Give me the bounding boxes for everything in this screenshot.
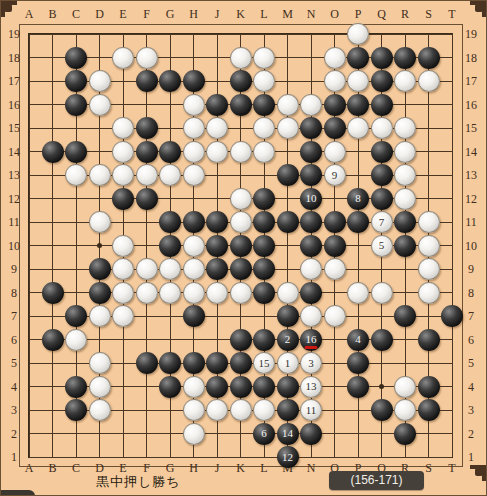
stone-S8[interactable] <box>418 282 440 304</box>
row-label-right: 10 <box>463 239 479 253</box>
row-label-right: 11 <box>463 215 479 229</box>
stone-L2[interactable]: 6 <box>253 423 275 445</box>
stone-O16[interactable] <box>324 94 346 116</box>
stone-R14[interactable] <box>394 141 416 163</box>
stone-S17[interactable] <box>418 70 440 92</box>
row-label-left: 9 <box>6 262 22 276</box>
move-number: 14 <box>282 428 293 439</box>
go-board-app: AA1919BB1818CC1717DD1616EE1515FF1414GG13… <box>0 0 487 496</box>
stone-H14[interactable] <box>183 141 205 163</box>
row-label-left: 10 <box>6 239 22 253</box>
stone-L14[interactable] <box>253 141 275 163</box>
stone-G5[interactable] <box>159 352 181 374</box>
stone-R15[interactable] <box>394 117 416 139</box>
column-label-top: S <box>421 7 437 21</box>
stone-M6[interactable]: 2 <box>277 329 299 351</box>
stone-F5[interactable] <box>136 352 158 374</box>
row-label-left: 8 <box>6 286 22 300</box>
stone-G17[interactable] <box>159 70 181 92</box>
stone-D9[interactable] <box>89 258 111 280</box>
stone-L11[interactable] <box>253 211 275 233</box>
stone-L16[interactable] <box>253 94 275 116</box>
stone-M3[interactable] <box>277 399 299 421</box>
stone-F8[interactable] <box>136 282 158 304</box>
row-label-right: 15 <box>463 121 479 135</box>
stone-N5[interactable]: 3 <box>300 352 322 374</box>
caption-bar: 黒中押し勝ち (156-171) <box>1 469 487 495</box>
stone-H8[interactable] <box>183 282 205 304</box>
stone-S4[interactable] <box>418 376 440 398</box>
column-label-top: Q <box>374 7 390 21</box>
stone-Q11[interactable]: 7 <box>371 211 393 233</box>
stone-C4[interactable] <box>65 376 87 398</box>
stone-R3[interactable] <box>394 399 416 421</box>
stone-C17[interactable] <box>65 70 87 92</box>
stone-D16[interactable] <box>89 94 111 116</box>
stone-H15[interactable] <box>183 117 205 139</box>
stone-O13[interactable]: 9 <box>324 164 346 186</box>
stone-G13[interactable] <box>159 164 181 186</box>
grid-line-horizontal <box>29 457 452 458</box>
stone-F15[interactable] <box>136 117 158 139</box>
column-label-top: F <box>139 7 155 21</box>
move-number: 5 <box>379 240 385 251</box>
stone-C3[interactable] <box>65 399 87 421</box>
stone-R13[interactable] <box>394 164 416 186</box>
stone-E13[interactable] <box>112 164 134 186</box>
stone-R17[interactable] <box>394 70 416 92</box>
stone-Q12[interactable] <box>371 188 393 210</box>
move-number: 16 <box>306 334 317 345</box>
stone-J14[interactable] <box>206 141 228 163</box>
row-label-right: 13 <box>463 168 479 182</box>
stone-N14[interactable] <box>300 141 322 163</box>
stone-L9[interactable] <box>253 258 275 280</box>
column-label-top: J <box>209 7 225 21</box>
stone-P4[interactable] <box>347 376 369 398</box>
stone-R18[interactable] <box>394 47 416 69</box>
stone-H13[interactable] <box>183 164 205 186</box>
stone-Q3[interactable] <box>371 399 393 421</box>
stone-S6[interactable] <box>418 329 440 351</box>
stone-H17[interactable] <box>183 70 205 92</box>
move-number: 2 <box>285 334 291 345</box>
stone-G4[interactable] <box>159 376 181 398</box>
stone-R12[interactable] <box>394 188 416 210</box>
row-label-right: 2 <box>463 427 479 441</box>
row-label-right: 12 <box>463 192 479 206</box>
stone-J16[interactable] <box>206 94 228 116</box>
stone-K5[interactable] <box>230 352 252 374</box>
stone-K8[interactable] <box>230 282 252 304</box>
stone-M8[interactable] <box>277 282 299 304</box>
stone-L17[interactable] <box>253 70 275 92</box>
column-label-top: T <box>444 7 460 21</box>
move-number: 12 <box>282 452 293 463</box>
stone-F9[interactable] <box>136 258 158 280</box>
stone-H9[interactable] <box>183 258 205 280</box>
stone-N10[interactable] <box>300 235 322 257</box>
stone-B6[interactable] <box>42 329 64 351</box>
row-label-right: 9 <box>463 262 479 276</box>
stone-P8[interactable] <box>347 282 369 304</box>
move-number: 3 <box>308 358 314 369</box>
frame-corner-ornament-top-right <box>470 1 486 17</box>
stone-G11[interactable] <box>159 211 181 233</box>
stone-N6[interactable]: 16 <box>300 329 322 351</box>
stone-C13[interactable] <box>65 164 87 186</box>
row-label-left: 5 <box>6 356 22 370</box>
stone-E7[interactable] <box>112 305 134 327</box>
stone-L8[interactable] <box>253 282 275 304</box>
row-label-right: 3 <box>463 403 479 417</box>
stone-K11[interactable] <box>230 211 252 233</box>
stone-E15[interactable] <box>112 117 134 139</box>
stone-L18[interactable] <box>253 47 275 69</box>
stone-E18[interactable] <box>112 47 134 69</box>
game-result-caption: 黒中押し勝ち <box>96 473 181 491</box>
row-label-right: 18 <box>463 51 479 65</box>
column-label-top: E <box>115 7 131 21</box>
stone-N13[interactable] <box>300 164 322 186</box>
stone-M4[interactable] <box>277 376 299 398</box>
row-label-left: 7 <box>6 309 22 323</box>
stone-O17[interactable] <box>324 70 346 92</box>
stone-O7[interactable] <box>324 305 346 327</box>
stone-H2[interactable] <box>183 423 205 445</box>
stone-R7[interactable] <box>394 305 416 327</box>
star-point <box>97 243 102 248</box>
stone-P6[interactable]: 4 <box>347 329 369 351</box>
stone-E12[interactable] <box>112 188 134 210</box>
stone-K9[interactable] <box>230 258 252 280</box>
row-label-left: 3 <box>6 403 22 417</box>
column-label-top: C <box>68 7 84 21</box>
move-number: 6 <box>261 428 267 439</box>
stone-S10[interactable] <box>418 235 440 257</box>
column-label-top: B <box>45 7 61 21</box>
stone-C16[interactable] <box>65 94 87 116</box>
stone-D4[interactable] <box>89 376 111 398</box>
move-number: 1 <box>285 358 291 369</box>
stone-H10[interactable] <box>183 235 205 257</box>
stone-F18[interactable] <box>136 47 158 69</box>
column-label-top: P <box>350 7 366 21</box>
grid-line-horizontal <box>29 433 452 434</box>
stone-O14[interactable] <box>324 141 346 163</box>
row-label-right: 7 <box>463 309 479 323</box>
stone-J15[interactable] <box>206 117 228 139</box>
stone-R10[interactable] <box>394 235 416 257</box>
stone-N15[interactable] <box>300 117 322 139</box>
row-label-right: 6 <box>463 333 479 347</box>
stone-N12[interactable]: 10 <box>300 188 322 210</box>
stone-G9[interactable] <box>159 258 181 280</box>
stone-L5[interactable]: 15 <box>253 352 275 374</box>
stone-D13[interactable] <box>89 164 111 186</box>
star-point <box>379 384 384 389</box>
column-label-top: H <box>186 7 202 21</box>
stone-S18[interactable] <box>418 47 440 69</box>
stone-M1[interactable]: 12 <box>277 446 299 468</box>
row-label-left: 15 <box>6 121 22 135</box>
stone-H4[interactable] <box>183 376 205 398</box>
stone-T7[interactable] <box>441 305 463 327</box>
stone-O11[interactable] <box>324 211 346 233</box>
move-number: 10 <box>306 193 317 204</box>
column-label-top: K <box>233 7 249 21</box>
column-label-top: D <box>92 7 108 21</box>
stone-J8[interactable] <box>206 282 228 304</box>
stone-Q8[interactable] <box>371 282 393 304</box>
stone-G10[interactable] <box>159 235 181 257</box>
stone-K18[interactable] <box>230 47 252 69</box>
stone-D17[interactable] <box>89 70 111 92</box>
stone-K10[interactable] <box>230 235 252 257</box>
move-range-badge[interactable]: (156-171) <box>329 471 424 490</box>
row-label-left: 17 <box>6 74 22 88</box>
stone-P16[interactable] <box>347 94 369 116</box>
column-label-top: O <box>327 7 343 21</box>
stone-L6[interactable] <box>253 329 275 351</box>
stone-B14[interactable] <box>42 141 64 163</box>
stone-N4[interactable]: 13 <box>300 376 322 398</box>
stone-H11[interactable] <box>183 211 205 233</box>
stone-F14[interactable] <box>136 141 158 163</box>
stone-N3[interactable]: 11 <box>300 399 322 421</box>
row-label-left: 18 <box>6 51 22 65</box>
stone-J10[interactable] <box>206 235 228 257</box>
column-label-top: A <box>21 7 37 21</box>
stone-M16[interactable] <box>277 94 299 116</box>
stone-J3[interactable] <box>206 399 228 421</box>
last-move-marker <box>305 346 318 349</box>
column-label-top: N <box>303 7 319 21</box>
stone-N9[interactable] <box>300 258 322 280</box>
row-label-right: 1 <box>463 450 479 464</box>
row-label-right: 5 <box>463 356 479 370</box>
column-label-top: G <box>162 7 178 21</box>
stone-F12[interactable] <box>136 188 158 210</box>
row-label-right: 14 <box>463 145 479 159</box>
row-label-left: 4 <box>6 380 22 394</box>
row-label-right: 8 <box>463 286 479 300</box>
stone-O10[interactable] <box>324 235 346 257</box>
row-label-left: 2 <box>6 427 22 441</box>
row-label-left: 13 <box>6 168 22 182</box>
row-label-left: 11 <box>6 215 22 229</box>
stone-E9[interactable] <box>112 258 134 280</box>
stone-D3[interactable] <box>89 399 111 421</box>
row-label-right: 17 <box>463 74 479 88</box>
row-label-left: 16 <box>6 98 22 112</box>
stone-D8[interactable] <box>89 282 111 304</box>
stone-C7[interactable] <box>65 305 87 327</box>
row-label-left: 19 <box>6 27 22 41</box>
stone-D7[interactable] <box>89 305 111 327</box>
stone-S11[interactable] <box>418 211 440 233</box>
stone-L3[interactable] <box>253 399 275 421</box>
row-label-right: 19 <box>463 27 479 41</box>
row-label-left: 14 <box>6 145 22 159</box>
stone-J11[interactable] <box>206 211 228 233</box>
stone-E8[interactable] <box>112 282 134 304</box>
stone-G8[interactable] <box>159 282 181 304</box>
stone-K14[interactable] <box>230 141 252 163</box>
column-label-top: M <box>280 7 296 21</box>
stone-L4[interactable] <box>253 376 275 398</box>
stone-J4[interactable] <box>206 376 228 398</box>
move-number: 8 <box>355 193 361 204</box>
row-label-right: 4 <box>463 380 479 394</box>
stone-M15[interactable] <box>277 117 299 139</box>
stone-M11[interactable] <box>277 211 299 233</box>
stone-F13[interactable] <box>136 164 158 186</box>
stone-E14[interactable] <box>112 141 134 163</box>
stone-K6[interactable] <box>230 329 252 351</box>
stone-C18[interactable] <box>65 47 87 69</box>
stone-N11[interactable] <box>300 211 322 233</box>
stone-P19[interactable] <box>347 23 369 45</box>
stone-N8[interactable] <box>300 282 322 304</box>
stone-H3[interactable] <box>183 399 205 421</box>
column-label-top: R <box>397 7 413 21</box>
stone-L10[interactable] <box>253 235 275 257</box>
stone-F17[interactable] <box>136 70 158 92</box>
stone-K4[interactable] <box>230 376 252 398</box>
stone-S3[interactable] <box>418 399 440 421</box>
stone-Q14[interactable] <box>371 141 393 163</box>
stone-M7[interactable] <box>277 305 299 327</box>
move-number: 13 <box>306 381 317 392</box>
stone-H16[interactable] <box>183 94 205 116</box>
stone-J5[interactable] <box>206 352 228 374</box>
stone-P17[interactable] <box>347 70 369 92</box>
bottom-edge-chip <box>0 490 35 496</box>
column-label-top: L <box>256 7 272 21</box>
stone-O18[interactable] <box>324 47 346 69</box>
stone-M2[interactable]: 14 <box>277 423 299 445</box>
stone-M5[interactable]: 1 <box>277 352 299 374</box>
move-number: 15 <box>259 358 270 369</box>
row-label-left: 12 <box>6 192 22 206</box>
stone-G14[interactable] <box>159 141 181 163</box>
stone-M13[interactable] <box>277 164 299 186</box>
stone-D11[interactable] <box>89 211 111 233</box>
stone-K12[interactable] <box>230 188 252 210</box>
frame-corner-ornament-top-left <box>1 1 17 17</box>
row-label-left: 1 <box>6 450 22 464</box>
stone-P18[interactable] <box>347 47 369 69</box>
stone-H7[interactable] <box>183 305 205 327</box>
move-number: 4 <box>355 334 361 345</box>
move-number: 7 <box>379 217 385 228</box>
stone-P12[interactable]: 8 <box>347 188 369 210</box>
stone-C14[interactable] <box>65 141 87 163</box>
stone-K16[interactable] <box>230 94 252 116</box>
stone-H5[interactable] <box>183 352 205 374</box>
stone-Q10[interactable]: 5 <box>371 235 393 257</box>
stone-Q17[interactable] <box>371 70 393 92</box>
stone-O9[interactable] <box>324 258 346 280</box>
move-number: 9 <box>332 170 338 181</box>
stone-O15[interactable] <box>324 117 346 139</box>
stone-Q16[interactable] <box>371 94 393 116</box>
stone-E10[interactable] <box>112 235 134 257</box>
stone-P15[interactable] <box>347 117 369 139</box>
stone-Q15[interactable] <box>371 117 393 139</box>
stone-R4[interactable] <box>394 376 416 398</box>
stone-K17[interactable] <box>230 70 252 92</box>
stone-L12[interactable] <box>253 188 275 210</box>
stone-J9[interactable] <box>206 258 228 280</box>
stone-R11[interactable] <box>394 211 416 233</box>
stone-K3[interactable] <box>230 399 252 421</box>
stone-C6[interactable] <box>65 329 87 351</box>
stone-P11[interactable] <box>347 211 369 233</box>
stone-N16[interactable] <box>300 94 322 116</box>
stone-Q18[interactable] <box>371 47 393 69</box>
stone-S9[interactable] <box>418 258 440 280</box>
stone-P5[interactable] <box>347 352 369 374</box>
stone-N7[interactable] <box>300 305 322 327</box>
row-label-right: 16 <box>463 98 479 112</box>
stone-L15[interactable] <box>253 117 275 139</box>
move-number: 11 <box>306 405 317 416</box>
stone-B8[interactable] <box>42 282 64 304</box>
stone-Q6[interactable] <box>371 329 393 351</box>
stone-N2[interactable] <box>300 423 322 445</box>
grid-line-vertical <box>452 34 453 457</box>
stone-R2[interactable] <box>394 423 416 445</box>
stone-D5[interactable] <box>89 352 111 374</box>
stone-Q13[interactable] <box>371 164 393 186</box>
row-label-left: 6 <box>6 333 22 347</box>
